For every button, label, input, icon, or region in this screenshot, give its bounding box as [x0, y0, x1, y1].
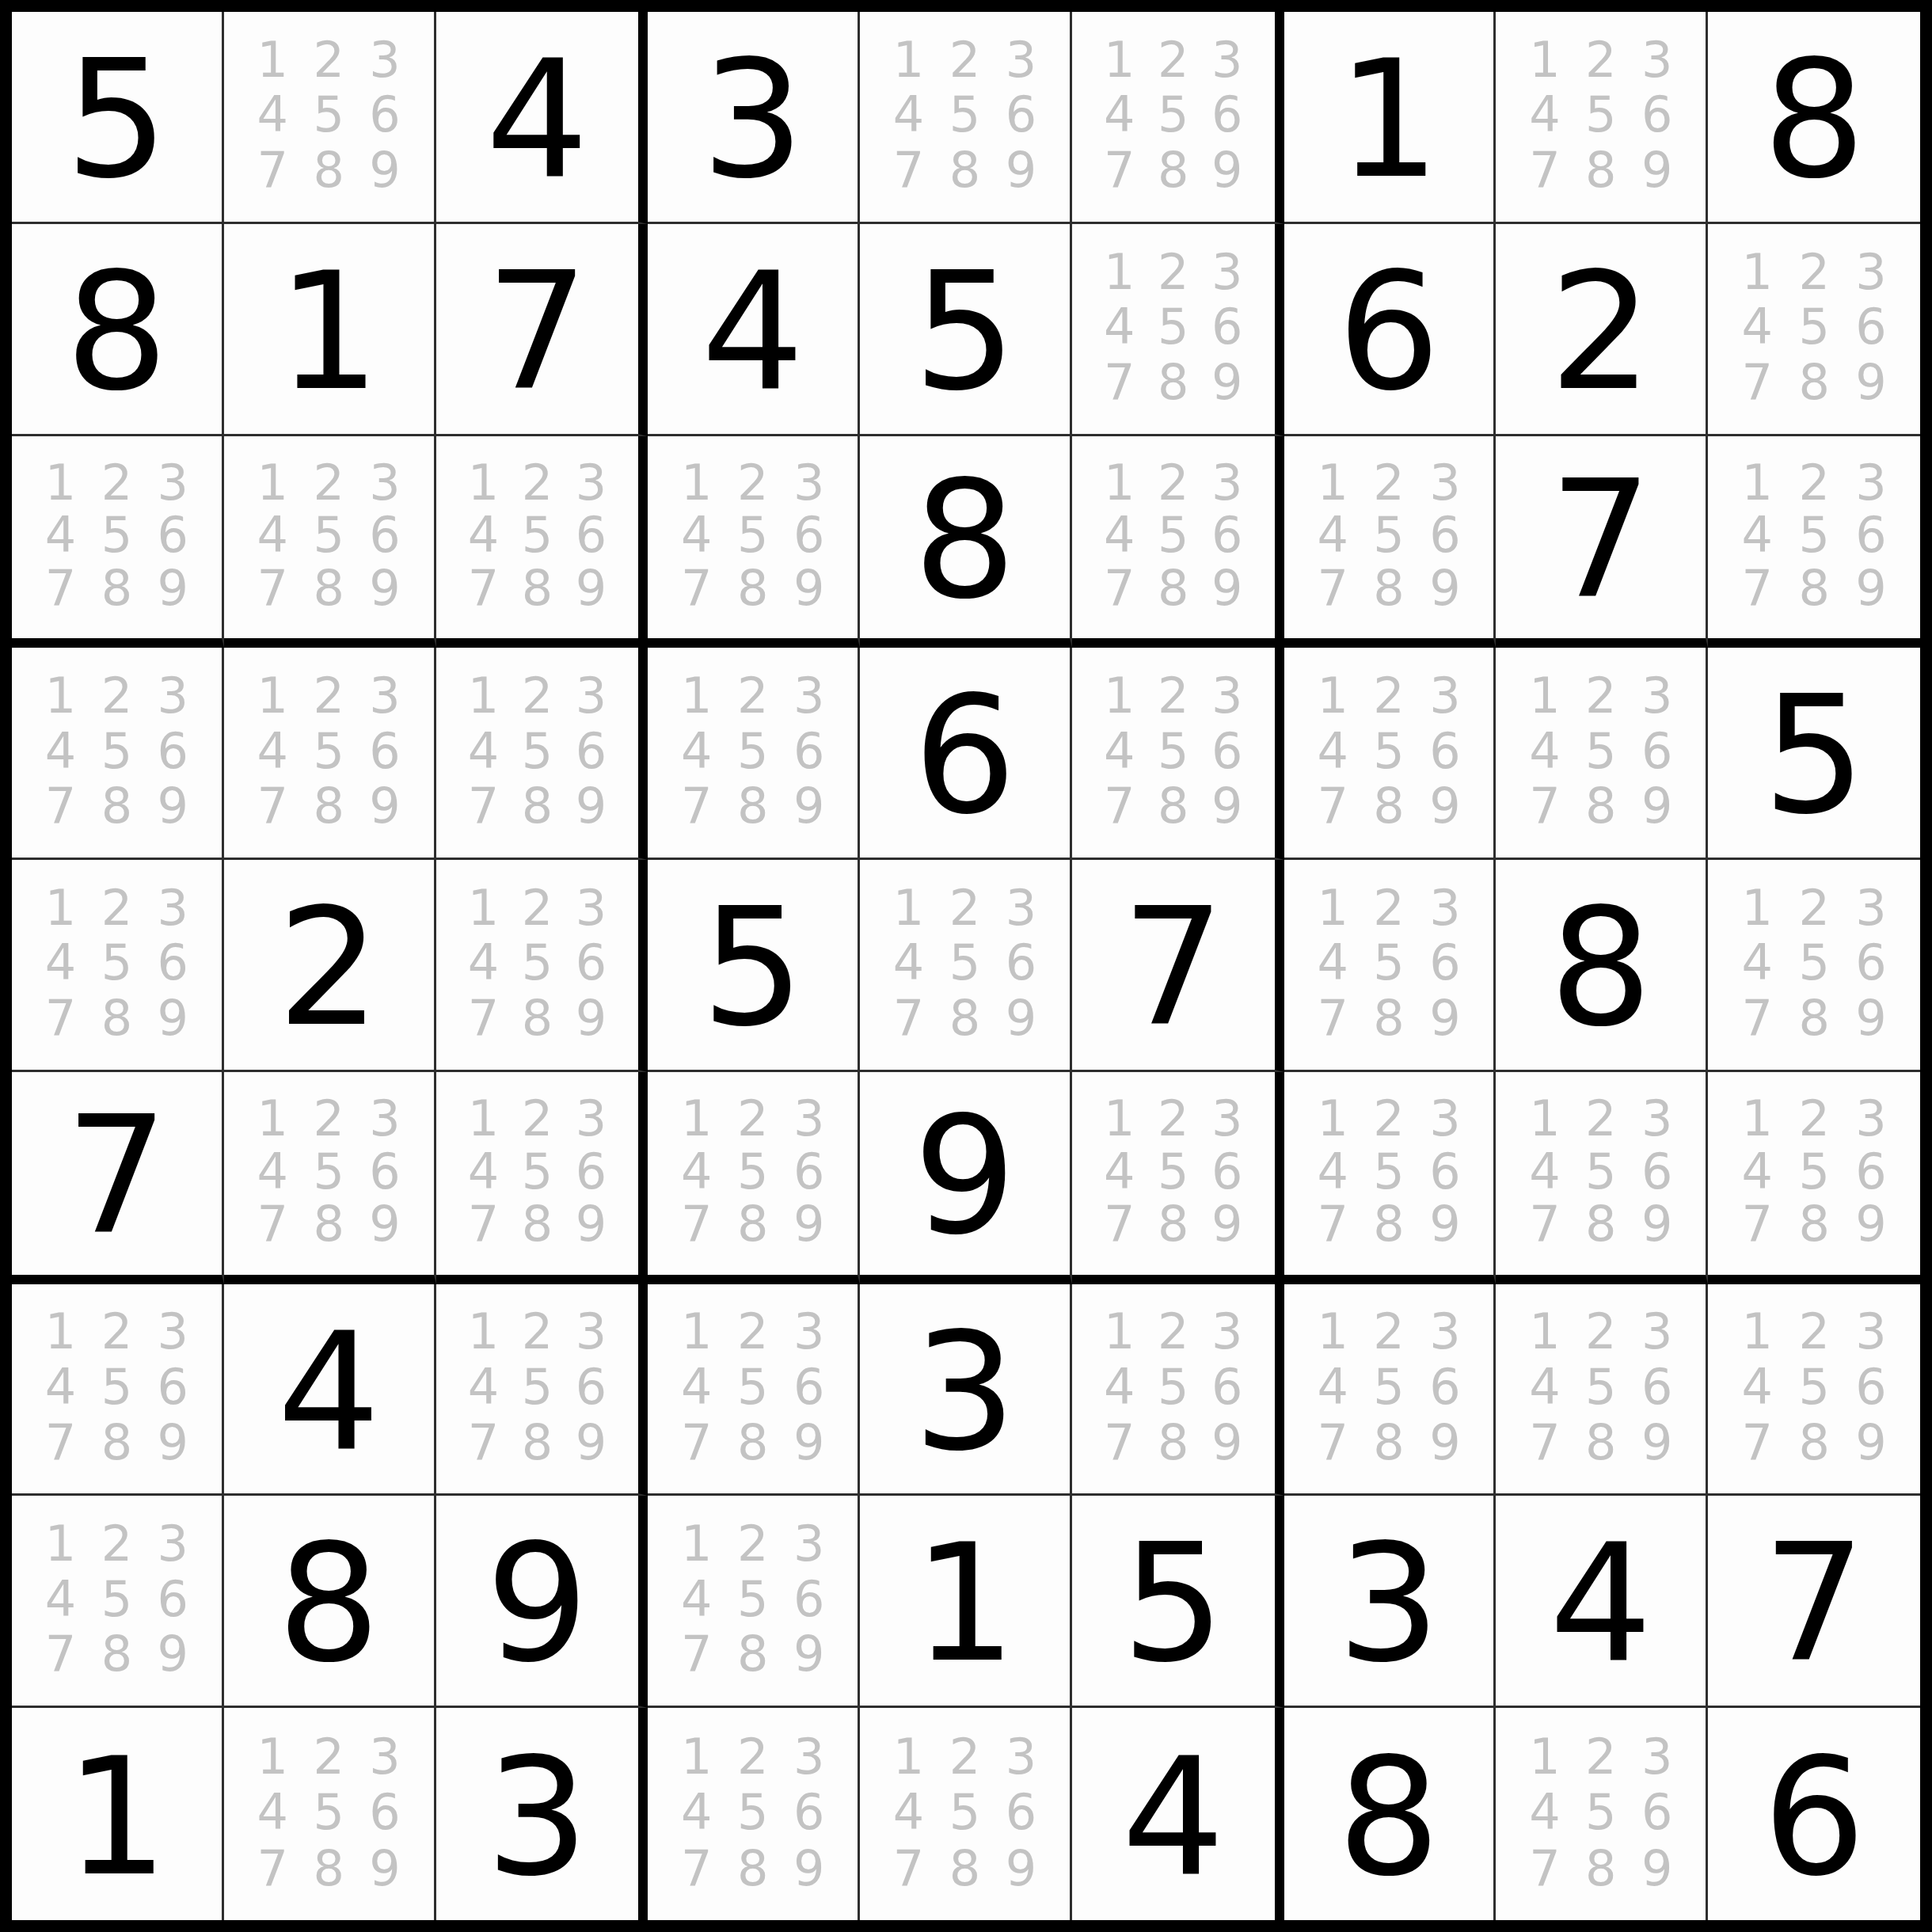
- pencil-digit: 7: [1305, 779, 1361, 835]
- pencil-digit: 3: [1417, 1093, 1474, 1146]
- pencil-digit: 4: [1305, 509, 1361, 562]
- pencil-digit: 4: [668, 1360, 724, 1415]
- pencil-digit: 4: [1093, 1145, 1147, 1198]
- sudoku-cell[interactable]: 123456789: [224, 1072, 436, 1284]
- pencil-marks: 123456789: [1072, 436, 1275, 639]
- pencil-digit: 5: [1573, 1785, 1629, 1841]
- pencil-digit: 1: [880, 32, 937, 88]
- sudoku-cell[interactable]: 123456789: [1072, 12, 1284, 224]
- pencil-digit: 6: [564, 724, 618, 779]
- pencil-digit: 5: [89, 1572, 145, 1627]
- pencil-digit: 2: [1573, 668, 1629, 724]
- pencil-marks: 123456789: [12, 436, 222, 639]
- pencil-digit: 2: [1361, 1093, 1417, 1146]
- pencil-digit: 3: [564, 1305, 618, 1360]
- sudoku-cell[interactable]: 123456789: [12, 648, 224, 860]
- pencil-marks: 123456789: [648, 1496, 858, 1706]
- pencil-digit: 9: [1417, 779, 1474, 835]
- pencil-digit: 8: [1786, 1198, 1843, 1251]
- pencil-digit: 5: [1361, 724, 1417, 779]
- pencil-digit: 7: [1729, 355, 1786, 410]
- pencil-digit: 3: [1200, 245, 1254, 300]
- sudoku-cell[interactable]: 4: [436, 12, 648, 224]
- pencil-digit: 5: [89, 1360, 145, 1415]
- pencil-digit: 3: [993, 32, 1049, 88]
- pencil-digit: 8: [724, 1627, 781, 1683]
- pencil-marks: 123456789: [860, 12, 1070, 222]
- pencil-digit: 9: [357, 1840, 413, 1896]
- sudoku-cell[interactable]: 7: [1072, 860, 1284, 1072]
- pencil-digit: 9: [145, 991, 201, 1046]
- pencil-digit: 1: [668, 1516, 724, 1572]
- pencil-digit: 8: [1786, 562, 1843, 615]
- sudoku-cell[interactable]: 123456789: [1708, 436, 1920, 648]
- pencil-digit: 8: [1147, 779, 1200, 835]
- pencil-digit: 2: [89, 1305, 145, 1360]
- pencil-digit: 9: [1843, 355, 1900, 410]
- pencil-digit: 3: [1843, 1305, 1900, 1360]
- sudoku-cell[interactable]: 123456789: [224, 12, 436, 224]
- sudoku-cell[interactable]: 5: [648, 860, 860, 1072]
- pencil-digit: 5: [1361, 509, 1417, 562]
- sudoku-cell[interactable]: 123456789: [648, 1496, 860, 1708]
- sudoku-cell[interactable]: 123456789: [648, 1284, 860, 1497]
- pencil-digit: 2: [1361, 880, 1417, 936]
- pencil-digit: 9: [145, 1415, 201, 1470]
- pencil-digit: 4: [457, 1360, 511, 1415]
- sudoku-cell[interactable]: 123456789: [648, 436, 860, 648]
- pencil-digit: 3: [1417, 880, 1474, 936]
- pencil-digit: 8: [1786, 991, 1843, 1046]
- pencil-digit: 4: [32, 936, 89, 991]
- pencil-digit: 3: [145, 457, 201, 510]
- pencil-digit: 1: [1093, 1093, 1147, 1146]
- sudoku-cell[interactable]: 123456789: [12, 1496, 224, 1708]
- pencil-digit: 6: [564, 509, 618, 562]
- pencil-digit: 8: [301, 1840, 357, 1896]
- pencil-digit: 3: [781, 1729, 837, 1785]
- pencil-digit: 2: [1573, 1093, 1629, 1146]
- pencil-marks: 123456789: [1708, 436, 1920, 639]
- sudoku-cell[interactable]: 123456789: [860, 1708, 1072, 1920]
- pencil-digit: 2: [1573, 1729, 1629, 1785]
- pencil-digit: 5: [1147, 299, 1200, 355]
- pencil-digit: 7: [32, 1415, 89, 1470]
- pencil-digit: 1: [1305, 1093, 1361, 1146]
- sudoku-cell[interactable]: 5: [1072, 1496, 1284, 1708]
- pencil-digit: 2: [510, 457, 564, 510]
- pencil-digit: 8: [724, 562, 781, 615]
- pencil-digit: 2: [1147, 1305, 1200, 1360]
- sudoku-cell[interactable]: 3: [648, 12, 860, 224]
- pencil-digit: 3: [145, 880, 201, 936]
- pencil-digit: 9: [1200, 143, 1254, 198]
- given-digit: 9: [485, 1523, 588, 1685]
- sudoku-cell[interactable]: 3: [436, 1708, 648, 1920]
- sudoku-cell[interactable]: 8: [12, 224, 224, 436]
- pencil-digit: 7: [1516, 1415, 1573, 1470]
- pencil-digit: 1: [1093, 32, 1147, 88]
- pencil-digit: 2: [1361, 1305, 1417, 1360]
- sudoku-cell[interactable]: 123456789: [1708, 1284, 1920, 1497]
- pencil-digit: 2: [1573, 1305, 1629, 1360]
- pencil-digit: 5: [510, 1145, 564, 1198]
- sudoku-cell[interactable]: 1: [12, 1708, 224, 1920]
- pencil-digit: 3: [1843, 880, 1900, 936]
- pencil-digit: 3: [1200, 1305, 1254, 1360]
- pencil-digit: 9: [1200, 562, 1254, 615]
- sudoku-cell[interactable]: 7: [1496, 436, 1708, 648]
- pencil-digit: 9: [993, 143, 1049, 198]
- pencil-digit: 9: [357, 1198, 413, 1251]
- sudoku-cell[interactable]: 4: [224, 1284, 436, 1497]
- sudoku-cell[interactable]: 1: [860, 1496, 1072, 1708]
- sudoku-cell[interactable]: 123456789: [436, 860, 648, 1072]
- pencil-digit: 7: [32, 991, 89, 1046]
- pencil-digit: 9: [1417, 1198, 1474, 1251]
- pencil-digit: 4: [457, 936, 511, 991]
- sudoku-cell[interactable]: 123456789: [1072, 1284, 1284, 1497]
- pencil-digit: 8: [510, 779, 564, 835]
- pencil-digit: 5: [724, 1572, 781, 1627]
- pencil-digit: 9: [145, 779, 201, 835]
- pencil-marks: 123456789: [1708, 860, 1920, 1070]
- sudoku-cell[interactable]: 8: [1496, 860, 1708, 1072]
- sudoku-cell[interactable]: 123456789: [1072, 436, 1284, 648]
- sudoku-cell[interactable]: 123456789: [648, 1072, 860, 1284]
- sudoku-cell[interactable]: 123456789: [648, 1708, 860, 1920]
- pencil-digit: 2: [937, 32, 993, 88]
- pencil-digit: 3: [564, 457, 618, 510]
- sudoku-cell[interactable]: 2: [224, 860, 436, 1072]
- given-digit: 8: [1550, 887, 1652, 1049]
- pencil-marks: 123456789: [1496, 1708, 1706, 1920]
- sudoku-cell[interactable]: 123456789: [1496, 1072, 1708, 1284]
- pencil-marks: 123456789: [224, 1072, 434, 1275]
- sudoku-cell[interactable]: 123456789: [1708, 224, 1920, 436]
- sudoku-cell[interactable]: 5: [860, 224, 1072, 436]
- sudoku-cell[interactable]: 6: [1284, 224, 1497, 436]
- pencil-digit: 7: [32, 562, 89, 615]
- sudoku-cell[interactable]: 3: [1284, 1496, 1497, 1708]
- sudoku-cell[interactable]: 123456789: [436, 648, 648, 860]
- pencil-digit: 3: [1843, 245, 1900, 300]
- sudoku-cell[interactable]: 6: [1708, 1708, 1920, 1920]
- pencil-digit: 3: [1417, 457, 1474, 510]
- pencil-digit: 5: [1147, 509, 1200, 562]
- pencil-digit: 1: [1516, 1305, 1573, 1360]
- pencil-digit: 4: [668, 1785, 724, 1841]
- pencil-digit: 7: [1729, 991, 1786, 1046]
- pencil-digit: 7: [668, 779, 724, 835]
- pencil-digit: 1: [668, 1305, 724, 1360]
- pencil-digit: 6: [357, 509, 413, 562]
- pencil-digit: 8: [510, 562, 564, 615]
- pencil-digit: 9: [1200, 1415, 1254, 1470]
- sudoku-cell[interactable]: 2: [1496, 224, 1708, 436]
- sudoku-cell[interactable]: 123456789: [12, 436, 224, 648]
- sudoku-cell[interactable]: 123456789: [1284, 436, 1497, 648]
- pencil-digit: 2: [724, 1516, 781, 1572]
- pencil-digit: 3: [781, 668, 837, 724]
- pencil-digit: 9: [564, 562, 618, 615]
- pencil-digit: 2: [1786, 245, 1843, 300]
- sudoku-cell[interactable]: 123456789: [1496, 648, 1708, 860]
- sudoku-cell[interactable]: 5: [12, 12, 224, 224]
- pencil-digit: 7: [1305, 991, 1361, 1046]
- given-digit: 1: [1337, 39, 1440, 201]
- sudoku-cell[interactable]: 123456789: [648, 648, 860, 860]
- pencil-marks: 123456789: [436, 1072, 639, 1275]
- sudoku-cell[interactable]: 123456789: [1072, 1072, 1284, 1284]
- pencil-digit: 5: [1147, 724, 1200, 779]
- pencil-digit: 3: [1629, 1093, 1685, 1146]
- pencil-digit: 6: [1417, 1360, 1474, 1415]
- given-digit: 7: [1763, 1523, 1865, 1685]
- pencil-digit: 3: [145, 668, 201, 724]
- pencil-digit: 4: [1305, 936, 1361, 991]
- pencil-digit: 6: [781, 1360, 837, 1415]
- pencil-digit: 1: [245, 32, 301, 88]
- sudoku-cell[interactable]: 123456789: [12, 1284, 224, 1497]
- pencil-digit: 5: [724, 509, 781, 562]
- pencil-digit: 3: [1200, 1093, 1254, 1146]
- pencil-digit: 9: [781, 1415, 837, 1470]
- pencil-digit: 2: [1361, 457, 1417, 510]
- pencil-digit: 7: [668, 1840, 724, 1896]
- pencil-digit: 2: [724, 457, 781, 510]
- sudoku-cell[interactable]: 123456789: [1072, 224, 1284, 436]
- pencil-digit: 2: [510, 1305, 564, 1360]
- pencil-digit: 8: [89, 562, 145, 615]
- pencil-digit: 1: [1729, 245, 1786, 300]
- pencil-digit: 6: [993, 936, 1049, 991]
- sudoku-cell[interactable]: 123456789: [436, 1284, 648, 1497]
- pencil-digit: 3: [145, 1516, 201, 1572]
- pencil-digit: 5: [301, 724, 357, 779]
- pencil-digit: 4: [1729, 299, 1786, 355]
- pencil-digit: 5: [1786, 936, 1843, 991]
- pencil-digit: 5: [1573, 88, 1629, 143]
- pencil-digit: 9: [564, 779, 618, 835]
- pencil-digit: 2: [724, 1305, 781, 1360]
- pencil-digit: 4: [1729, 936, 1786, 991]
- pencil-digit: 3: [1629, 1305, 1685, 1360]
- pencil-digit: 2: [510, 1093, 564, 1146]
- pencil-marks: 123456789: [1496, 12, 1706, 222]
- pencil-marks: 123456789: [12, 1496, 222, 1706]
- pencil-digit: 3: [1629, 32, 1685, 88]
- pencil-marks: 123456789: [1496, 1284, 1706, 1494]
- pencil-marks: 123456789: [1284, 436, 1494, 639]
- pencil-digit: 7: [457, 1198, 511, 1251]
- pencil-marks: 123456789: [1072, 648, 1275, 858]
- pencil-digit: 6: [1417, 1145, 1474, 1198]
- pencil-digit: 4: [668, 1572, 724, 1627]
- given-digit: 1: [65, 1736, 168, 1899]
- sudoku-cell[interactable]: 3: [860, 1284, 1072, 1497]
- pencil-digit: 3: [357, 32, 413, 88]
- sudoku-cell[interactable]: 7: [1708, 1496, 1920, 1708]
- sudoku-cell[interactable]: 123456789: [1284, 1284, 1497, 1497]
- pencil-digit: 3: [1200, 32, 1254, 88]
- pencil-digit: 7: [1516, 1198, 1573, 1251]
- pencil-digit: 6: [145, 1360, 201, 1415]
- pencil-digit: 1: [457, 1093, 511, 1146]
- pencil-digit: 1: [245, 457, 301, 510]
- pencil-digit: 1: [457, 668, 511, 724]
- pencil-digit: 8: [937, 991, 993, 1046]
- pencil-digit: 6: [145, 509, 201, 562]
- pencil-digit: 4: [1093, 299, 1147, 355]
- sudoku-cell[interactable]: 9: [436, 1496, 648, 1708]
- pencil-digit: 1: [1729, 1093, 1786, 1146]
- sudoku-cell[interactable]: 1: [224, 224, 436, 436]
- sudoku-cell[interactable]: 8: [1708, 12, 1920, 224]
- pencil-digit: 2: [1147, 457, 1200, 510]
- pencil-digit: 8: [301, 143, 357, 198]
- sudoku-cell[interactable]: 123456789: [860, 860, 1072, 1072]
- pencil-digit: 3: [781, 1093, 837, 1146]
- pencil-digit: 6: [1200, 1360, 1254, 1415]
- pencil-digit: 4: [457, 509, 511, 562]
- sudoku-cell[interactable]: 123456789: [224, 436, 436, 648]
- sudoku-cell[interactable]: 123456789: [1708, 1072, 1920, 1284]
- pencil-digit: 1: [245, 1093, 301, 1146]
- sudoku-cell[interactable]: 123456789: [224, 648, 436, 860]
- pencil-digit: 1: [668, 1093, 724, 1146]
- pencil-digit: 3: [564, 1093, 618, 1146]
- sudoku-cell[interactable]: 123456789: [1496, 1284, 1708, 1497]
- pencil-marks: 123456789: [12, 1284, 222, 1494]
- pencil-digit: 6: [1200, 1145, 1254, 1198]
- sudoku-cell[interactable]: 4: [648, 224, 860, 436]
- pencil-digit: 2: [724, 1093, 781, 1146]
- sudoku-cell[interactable]: 123456789: [12, 860, 224, 1072]
- pencil-digit: 7: [668, 1627, 724, 1683]
- pencil-digit: 2: [301, 32, 357, 88]
- pencil-digit: 5: [1786, 299, 1843, 355]
- sudoku-cell[interactable]: 123456789: [1072, 648, 1284, 860]
- pencil-marks: 123456789: [1708, 1284, 1920, 1494]
- pencil-marks: 123456789: [648, 1708, 858, 1920]
- sudoku-cell[interactable]: 123456789: [1496, 1708, 1708, 1920]
- sudoku-cell[interactable]: 123456789: [224, 1708, 436, 1920]
- pencil-digit: 8: [301, 1198, 357, 1251]
- pencil-marks: 123456789: [224, 648, 434, 858]
- pencil-marks: 123456789: [12, 860, 222, 1070]
- pencil-digit: 8: [1147, 1198, 1200, 1251]
- sudoku-cell[interactable]: 123456789: [436, 1072, 648, 1284]
- pencil-digit: 6: [1200, 509, 1254, 562]
- pencil-marks: 123456789: [1708, 224, 1920, 434]
- pencil-digit: 2: [937, 880, 993, 936]
- pencil-digit: 7: [1729, 1415, 1786, 1470]
- pencil-digit: 1: [1093, 1305, 1147, 1360]
- sudoku-cell[interactable]: 9: [860, 1072, 1072, 1284]
- pencil-digit: 4: [1516, 1145, 1573, 1198]
- pencil-digit: 5: [1147, 88, 1200, 143]
- sudoku-cell[interactable]: 123456789: [1496, 12, 1708, 224]
- pencil-digit: 3: [357, 1729, 413, 1785]
- sudoku-cell[interactable]: 123456789: [1284, 648, 1497, 860]
- pencil-digit: 5: [1786, 1360, 1843, 1415]
- pencil-digit: 7: [245, 562, 301, 615]
- pencil-digit: 7: [457, 1415, 511, 1470]
- pencil-marks: 123456789: [1284, 860, 1494, 1070]
- given-digit: 6: [1763, 1736, 1865, 1899]
- sudoku-cell[interactable]: 4: [1072, 1708, 1284, 1920]
- sudoku-cell[interactable]: 6: [860, 648, 1072, 860]
- sudoku-cell[interactable]: 7: [436, 224, 648, 436]
- pencil-digit: 3: [1629, 1729, 1685, 1785]
- pencil-digit: 5: [1573, 1145, 1629, 1198]
- pencil-digit: 4: [1516, 1785, 1573, 1841]
- pencil-digit: 4: [245, 88, 301, 143]
- pencil-digit: 9: [1843, 562, 1900, 615]
- given-digit: 9: [913, 1095, 1016, 1257]
- sudoku-cell[interactable]: 123456789: [1284, 1072, 1497, 1284]
- pencil-digit: 3: [564, 668, 618, 724]
- given-digit: 5: [702, 887, 804, 1049]
- pencil-digit: 3: [357, 1093, 413, 1146]
- pencil-digit: 7: [32, 779, 89, 835]
- pencil-digit: 1: [1729, 1305, 1786, 1360]
- pencil-digit: 9: [993, 991, 1049, 1046]
- sudoku-cell[interactable]: 8: [860, 436, 1072, 648]
- pencil-digit: 9: [1200, 1198, 1254, 1251]
- sudoku-cell[interactable]: 8: [224, 1496, 436, 1708]
- pencil-digit: 2: [1573, 32, 1629, 88]
- sudoku-cell[interactable]: 123456789: [436, 436, 648, 648]
- pencil-digit: 4: [457, 724, 511, 779]
- given-digit: 8: [65, 251, 168, 413]
- pencil-digit: 7: [1093, 1198, 1147, 1251]
- sudoku-cell[interactable]: 123456789: [1284, 860, 1497, 1072]
- sudoku-cell[interactable]: 7: [12, 1072, 224, 1284]
- sudoku-cell[interactable]: 1: [1284, 12, 1497, 224]
- pencil-digit: 7: [1729, 1198, 1786, 1251]
- pencil-digit: 1: [1729, 457, 1786, 510]
- pencil-digit: 8: [1573, 143, 1629, 198]
- pencil-digit: 6: [993, 1785, 1049, 1841]
- pencil-marks: 123456789: [1072, 1072, 1275, 1275]
- pencil-digit: 5: [1573, 1360, 1629, 1415]
- sudoku-cell[interactable]: 123456789: [1708, 860, 1920, 1072]
- given-digit: 8: [1337, 1736, 1440, 1899]
- given-digit: 4: [485, 39, 588, 201]
- pencil-digit: 7: [1093, 143, 1147, 198]
- pencil-digit: 1: [457, 1305, 511, 1360]
- sudoku-cell[interactable]: 8: [1284, 1708, 1497, 1920]
- sudoku-cell[interactable]: 4: [1496, 1496, 1708, 1708]
- pencil-digit: 1: [1729, 880, 1786, 936]
- given-digit: 2: [1550, 251, 1652, 413]
- pencil-digit: 3: [1200, 457, 1254, 510]
- pencil-digit: 8: [1361, 991, 1417, 1046]
- pencil-digit: 3: [357, 457, 413, 510]
- pencil-digit: 8: [301, 779, 357, 835]
- sudoku-cell[interactable]: 123456789: [860, 12, 1072, 224]
- given-digit: 3: [702, 39, 804, 201]
- pencil-digit: 5: [724, 724, 781, 779]
- pencil-digit: 6: [1200, 724, 1254, 779]
- pencil-digit: 5: [1786, 509, 1843, 562]
- pencil-digit: 6: [1629, 1145, 1685, 1198]
- sudoku-cell[interactable]: 5: [1708, 648, 1920, 860]
- pencil-digit: 7: [1516, 143, 1573, 198]
- pencil-digit: 5: [89, 509, 145, 562]
